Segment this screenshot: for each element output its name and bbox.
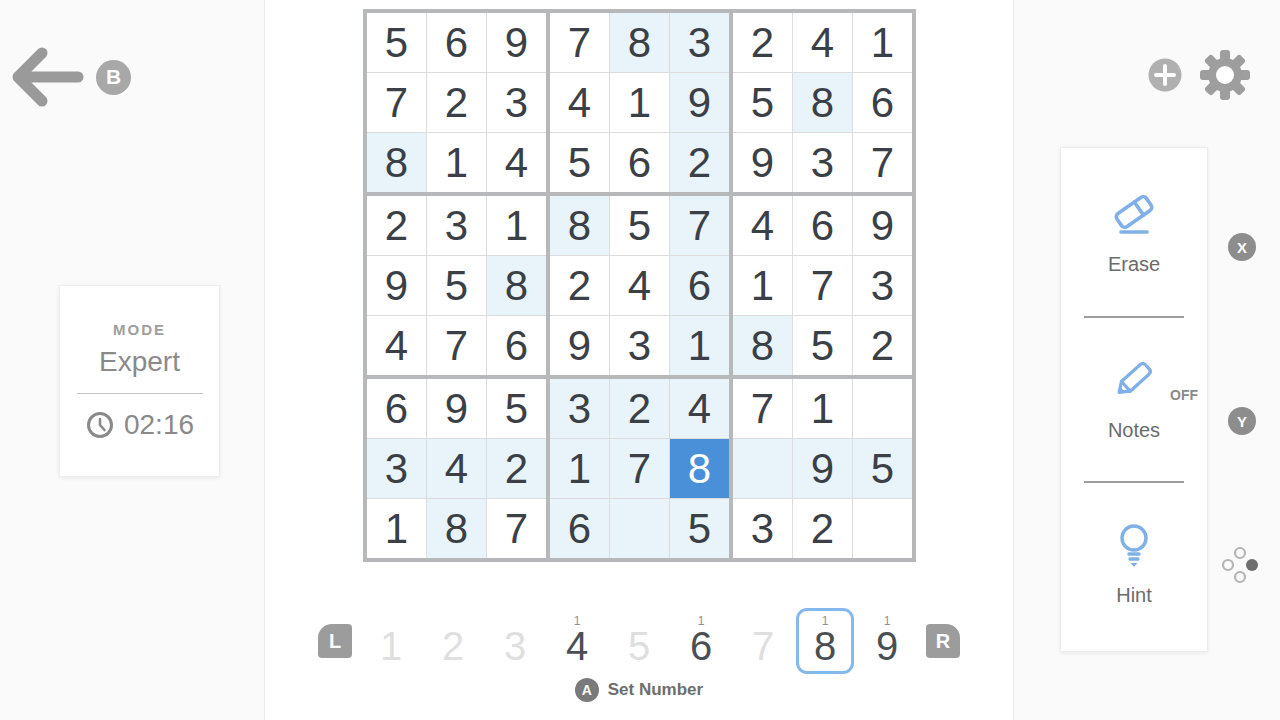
- sudoku-cell-r2c8[interactable]: 8: [793, 73, 852, 132]
- sudoku-cell-r6c7[interactable]: 8: [733, 316, 792, 375]
- pencil-icon: [1108, 356, 1160, 402]
- numpad-digit: 2: [442, 626, 464, 666]
- sudoku-cell-r6c8[interactable]: 5: [793, 316, 852, 375]
- tool-panel: Erase OFF Notes: [1060, 147, 1208, 652]
- sudoku-game-screen: B MODE Expert: [0, 0, 1280, 720]
- sudoku-cell-r8c6[interactable]: 8: [670, 439, 729, 498]
- right-stick-icon: [1221, 546, 1259, 588]
- numpad-number-4[interactable]: 14: [548, 608, 606, 674]
- sudoku-cell-r6c3[interactable]: 6: [487, 316, 546, 375]
- sudoku-cell-r4c4[interactable]: 8: [550, 196, 609, 255]
- sudoku-cell-r2c6[interactable]: 9: [670, 73, 729, 132]
- sudoku-cell-r6c9[interactable]: 2: [853, 316, 912, 375]
- sudoku-box-3: 241586937: [733, 13, 912, 192]
- sudoku-cell-r9c4[interactable]: 6: [550, 499, 609, 558]
- sudoku-cell-r2c4[interactable]: 4: [550, 73, 609, 132]
- controller-b-button-icon: B: [96, 60, 131, 95]
- sudoku-cell-r7c4[interactable]: 3: [550, 379, 609, 438]
- numpad-number-8[interactable]: 18: [796, 608, 854, 674]
- sudoku-cell-r8c7[interactable]: [733, 439, 792, 498]
- sudoku-cell-r1c1[interactable]: 5: [367, 13, 426, 72]
- sudoku-cell-r1c7[interactable]: 2: [733, 13, 792, 72]
- controller-a-button-icon: A: [575, 678, 599, 702]
- sudoku-box-9: 719532: [733, 379, 912, 558]
- numpad-number-1[interactable]: 1: [362, 608, 420, 674]
- sudoku-cell-r3c8[interactable]: 3: [793, 133, 852, 192]
- numpad-remaining-count: 1: [822, 614, 829, 628]
- sudoku-cell-r9c5[interactable]: [610, 499, 669, 558]
- sudoku-cell-r1c5[interactable]: 8: [610, 13, 669, 72]
- numpad-digit: 6: [690, 626, 712, 666]
- numpad-digit: 4: [566, 626, 588, 666]
- sudoku-cell-r7c6[interactable]: 4: [670, 379, 729, 438]
- numpad-number-5[interactable]: 5: [610, 608, 668, 674]
- numpad-number-7[interactable]: 7: [734, 608, 792, 674]
- sudoku-cell-r9c1[interactable]: 1: [367, 499, 426, 558]
- sudoku-cell-r4c6[interactable]: 7: [670, 196, 729, 255]
- sudoku-cell-r6c5[interactable]: 3: [610, 316, 669, 375]
- erase-label: Erase: [1108, 253, 1160, 276]
- sudoku-cell-r6c6[interactable]: 1: [670, 316, 729, 375]
- sudoku-cell-r6c2[interactable]: 7: [427, 316, 486, 375]
- sudoku-box-1: 569723814: [367, 13, 546, 192]
- numpad-digit: 9: [876, 626, 898, 666]
- sudoku-cell-r2c1[interactable]: 7: [367, 73, 426, 132]
- sudoku-cell-r8c3[interactable]: 2: [487, 439, 546, 498]
- sudoku-cell-r2c3[interactable]: 3: [487, 73, 546, 132]
- eraser-icon: [1108, 194, 1160, 240]
- sudoku-cell-r2c9[interactable]: 6: [853, 73, 912, 132]
- numpad-digit: 8: [814, 626, 836, 666]
- timer-value: 02:16: [124, 409, 194, 441]
- lightbulb-icon: [1111, 521, 1157, 571]
- sudoku-cell-r8c5[interactable]: 7: [610, 439, 669, 498]
- notes-state-badge: OFF: [1170, 387, 1198, 403]
- sudoku-cell-r3c3[interactable]: 4: [487, 133, 546, 192]
- sudoku-cell-r2c2[interactable]: 2: [427, 73, 486, 132]
- sudoku-cell-r9c3[interactable]: 7: [487, 499, 546, 558]
- sudoku-cell-r1c6[interactable]: 3: [670, 13, 729, 72]
- gear-icon[interactable]: [1198, 48, 1252, 102]
- sudoku-cell-r8c2[interactable]: 4: [427, 439, 486, 498]
- number-pad: L 1231451671819 R: [264, 604, 1014, 678]
- numpad-digit: 1: [380, 626, 402, 666]
- plus-icon[interactable]: [1148, 58, 1182, 92]
- numpad-number-2[interactable]: 2: [424, 608, 482, 674]
- controller-l-button[interactable]: L: [318, 624, 352, 658]
- sudoku-cell-r9c2[interactable]: 8: [427, 499, 486, 558]
- sudoku-cell-r9c6[interactable]: 5: [670, 499, 729, 558]
- sudoku-box-7: 695342187: [367, 379, 546, 558]
- erase-button[interactable]: Erase: [1061, 154, 1207, 316]
- sudoku-cell-r1c3[interactable]: 9: [487, 13, 546, 72]
- numpad-remaining-count: 1: [574, 614, 581, 628]
- sudoku-cell-r1c4[interactable]: 7: [550, 13, 609, 72]
- sudoku-cell-r9c8[interactable]: 2: [793, 499, 852, 558]
- sudoku-cell-r8c1[interactable]: 3: [367, 439, 426, 498]
- controller-x-button-icon: X: [1228, 233, 1256, 261]
- sudoku-cell-r7c2[interactable]: 9: [427, 379, 486, 438]
- back-arrow-icon: [10, 46, 84, 108]
- hint-button[interactable]: Hint: [1061, 483, 1207, 645]
- numpad-number-6[interactable]: 16: [672, 608, 730, 674]
- mode-card-divider: [77, 393, 203, 394]
- sudoku-cell-r7c7[interactable]: 7: [733, 379, 792, 438]
- sudoku-cell-r6c1[interactable]: 4: [367, 316, 426, 375]
- sudoku-box-4: 231958476: [367, 196, 546, 375]
- sudoku-cell-r3c5[interactable]: 6: [610, 133, 669, 192]
- clock-icon: [85, 410, 115, 440]
- sudoku-cell-r1c2[interactable]: 6: [427, 13, 486, 72]
- sudoku-cell-r3c7[interactable]: 9: [733, 133, 792, 192]
- set-number-label: Set Number: [608, 680, 703, 700]
- sudoku-box-2: 783419562: [550, 13, 729, 192]
- notes-button[interactable]: OFF Notes: [1061, 318, 1207, 480]
- sudoku-cell-r3c9[interactable]: 7: [853, 133, 912, 192]
- sudoku-box-5: 857246931: [550, 196, 729, 375]
- sudoku-cell-r4c3[interactable]: 1: [487, 196, 546, 255]
- sudoku-cell-r8c4[interactable]: 1: [550, 439, 609, 498]
- controller-y-button-icon: Y: [1228, 407, 1256, 435]
- mode-card: MODE Expert 02:16: [59, 285, 220, 477]
- numpad-digit: 5: [628, 626, 650, 666]
- numpad-number-3[interactable]: 3: [486, 608, 544, 674]
- mode-value: Expert: [99, 346, 180, 378]
- numpad-number-9[interactable]: 19: [858, 608, 916, 674]
- sudoku-cell-r5c6[interactable]: 6: [670, 256, 729, 315]
- sudoku-cell-r4c7[interactable]: 4: [733, 196, 792, 255]
- numpad-remaining-count: 1: [884, 614, 891, 628]
- notes-label: Notes: [1108, 419, 1160, 442]
- sudoku-cell-r6c4[interactable]: 9: [550, 316, 609, 375]
- hint-label: Hint: [1116, 584, 1152, 607]
- sudoku-cell-r3c4[interactable]: 5: [550, 133, 609, 192]
- sudoku-cell-r5c1[interactable]: 9: [367, 256, 426, 315]
- sudoku-cell-r8c8[interactable]: 9: [793, 439, 852, 498]
- sudoku-cell-r3c1[interactable]: 8: [367, 133, 426, 192]
- sudoku-cell-r7c1[interactable]: 6: [367, 379, 426, 438]
- mode-label: MODE: [113, 321, 166, 338]
- sudoku-box-8: 32417865: [550, 379, 729, 558]
- sudoku-cell-r4c9[interactable]: 9: [853, 196, 912, 255]
- sudoku-cell-r9c9[interactable]: [853, 499, 912, 558]
- sudoku-cell-r5c7[interactable]: 1: [733, 256, 792, 315]
- sudoku-cell-r4c2[interactable]: 3: [427, 196, 486, 255]
- sudoku-cell-r5c2[interactable]: 5: [427, 256, 486, 315]
- sudoku-cell-r2c7[interactable]: 5: [733, 73, 792, 132]
- sudoku-cell-r3c6[interactable]: 2: [670, 133, 729, 192]
- sudoku-board: 5697238147834195622415869372319584768572…: [363, 9, 916, 562]
- sudoku-cell-r3c2[interactable]: 1: [427, 133, 486, 192]
- controller-r-button[interactable]: R: [926, 624, 960, 658]
- sudoku-cell-r1c9[interactable]: 1: [853, 13, 912, 72]
- sudoku-cell-r7c3[interactable]: 5: [487, 379, 546, 438]
- sudoku-cell-r5c3[interactable]: 8: [487, 256, 546, 315]
- sudoku-cell-r5c4[interactable]: 2: [550, 256, 609, 315]
- sudoku-cell-r2c5[interactable]: 1: [610, 73, 669, 132]
- sudoku-cell-r8c9[interactable]: 5: [853, 439, 912, 498]
- sudoku-cell-r9c7[interactable]: 3: [733, 499, 792, 558]
- sudoku-cell-r4c5[interactable]: 5: [610, 196, 669, 255]
- back-button[interactable]: B: [10, 46, 131, 108]
- numpad-digit: 7: [752, 626, 774, 666]
- sudoku-cell-r4c1[interactable]: 2: [367, 196, 426, 255]
- numpad-remaining-count: 1: [698, 614, 705, 628]
- sudoku-cell-r5c5[interactable]: 4: [610, 256, 669, 315]
- sudoku-cell-r4c8[interactable]: 6: [793, 196, 852, 255]
- sudoku-cell-r7c9[interactable]: [853, 379, 912, 438]
- sudoku-cell-r7c8[interactable]: 1: [793, 379, 852, 438]
- numpad-digit: 3: [504, 626, 526, 666]
- sudoku-cell-r1c8[interactable]: 4: [793, 13, 852, 72]
- action-bar: A Set Number: [264, 676, 1014, 704]
- sudoku-cell-r7c5[interactable]: 2: [610, 379, 669, 438]
- sudoku-box-6: 469173852: [733, 196, 912, 375]
- sudoku-cell-r5c8[interactable]: 7: [793, 256, 852, 315]
- sudoku-cell-r5c9[interactable]: 3: [853, 256, 912, 315]
